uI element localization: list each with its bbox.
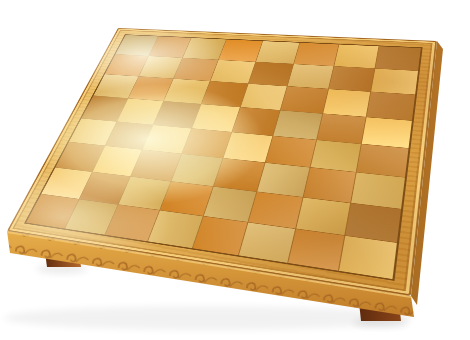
square-f7 [288, 64, 334, 89]
square-h5 [362, 117, 412, 147]
square-f4 [266, 136, 316, 167]
square-e8 [256, 41, 300, 63]
square-g5 [317, 114, 366, 144]
square-f8 [294, 43, 338, 66]
square-g7 [329, 66, 375, 91]
square-h6 [367, 92, 415, 120]
square-e5 [232, 107, 280, 135]
square-g6 [323, 89, 371, 116]
square-e2 [203, 187, 256, 222]
square-g4 [310, 140, 361, 172]
square-d8 [219, 40, 262, 62]
square-e3 [213, 158, 264, 191]
square-f3 [257, 163, 309, 197]
square-h1 [339, 236, 396, 279]
square-h3 [352, 173, 405, 209]
square-e4 [223, 132, 273, 162]
square-f6 [281, 87, 328, 114]
square-h7 [371, 69, 418, 95]
square-f1 [239, 223, 295, 263]
square-f5 [274, 110, 323, 139]
board-shadow [3, 306, 413, 330]
square-h8 [376, 46, 421, 70]
square-e7 [248, 62, 293, 86]
square-e6 [240, 84, 286, 110]
square-g1 [288, 229, 345, 270]
square-g8 [334, 45, 379, 69]
scene [0, 0, 470, 340]
square-h4 [357, 144, 408, 177]
square-e1 [192, 217, 247, 256]
square-g3 [303, 168, 356, 203]
